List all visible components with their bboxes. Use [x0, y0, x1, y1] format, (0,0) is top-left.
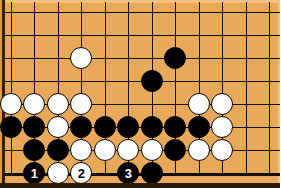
intersection-2-3[interactable]	[46, 69, 70, 92]
intersection-9-1[interactable]	[211, 23, 235, 46]
intersection-2-4[interactable]	[46, 92, 70, 115]
intersection-9-0[interactable]	[211, 0, 235, 23]
white-stone	[47, 162, 69, 184]
intersection-11-3[interactable]	[258, 69, 281, 92]
white-stone	[141, 139, 163, 161]
intersection-11-7[interactable]	[258, 162, 281, 185]
white-stone	[211, 116, 233, 138]
intersection-8-4[interactable]	[187, 92, 211, 115]
intersection-2-1[interactable]	[46, 23, 70, 46]
black-stone	[23, 139, 45, 161]
black-stone	[117, 116, 139, 138]
intersection-2-6[interactable]	[46, 139, 70, 162]
black-stone	[164, 47, 186, 69]
white-stone	[117, 139, 139, 161]
intersection-5-3[interactable]	[117, 69, 141, 92]
intersection-8-5[interactable]	[187, 115, 211, 138]
intersection-6-0[interactable]	[140, 0, 164, 23]
black-stone	[141, 70, 163, 92]
intersection-10-5[interactable]	[234, 115, 258, 138]
black-stone	[164, 116, 186, 138]
intersection-7-6[interactable]	[164, 139, 188, 162]
intersection-5-2[interactable]	[117, 46, 141, 69]
intersection-6-7[interactable]	[140, 162, 164, 185]
intersection-9-7[interactable]	[211, 162, 235, 185]
intersection-4-1[interactable]	[93, 23, 117, 46]
intersection-11-5[interactable]	[258, 115, 281, 138]
white-stone	[211, 139, 233, 161]
black-stone	[47, 139, 69, 161]
intersection-4-5[interactable]	[93, 115, 117, 138]
intersection-9-5[interactable]	[211, 115, 235, 138]
intersection-6-1[interactable]	[140, 23, 164, 46]
intersection-0-1[interactable]	[0, 23, 23, 46]
intersection-0-2[interactable]	[0, 46, 23, 69]
intersection-9-6[interactable]	[211, 139, 235, 162]
intersection-1-7[interactable]: 1	[23, 162, 47, 185]
intersection-0-0[interactable]	[0, 0, 23, 23]
intersection-3-6[interactable]	[70, 139, 94, 162]
intersection-11-1[interactable]	[258, 23, 281, 46]
intersection-4-6[interactable]	[93, 139, 117, 162]
intersection-5-6[interactable]	[117, 139, 141, 162]
intersection-5-4[interactable]	[117, 92, 141, 115]
intersection-6-5[interactable]	[140, 115, 164, 138]
black-stone	[188, 116, 210, 138]
intersection-10-6[interactable]	[234, 139, 258, 162]
move-number-label: 1	[31, 167, 38, 180]
white-stone	[70, 93, 92, 115]
intersection-2-5[interactable]	[46, 115, 70, 138]
intersection-6-4[interactable]	[140, 92, 164, 115]
intersection-3-2[interactable]	[70, 46, 94, 69]
intersection-5-1[interactable]	[117, 23, 141, 46]
intersection-1-5[interactable]	[23, 115, 47, 138]
intersection-9-2[interactable]	[211, 46, 235, 69]
black-stone	[141, 116, 163, 138]
intersection-5-5[interactable]	[117, 115, 141, 138]
intersection-7-1[interactable]	[164, 23, 188, 46]
intersection-0-6[interactable]	[0, 139, 23, 162]
white-stone	[70, 47, 92, 69]
board-grid: 123	[0, 0, 280, 185]
intersection-7-3[interactable]	[164, 69, 188, 92]
intersection-2-2[interactable]	[46, 46, 70, 69]
intersection-8-6[interactable]	[187, 139, 211, 162]
intersection-8-7[interactable]	[187, 162, 211, 185]
intersection-10-2[interactable]	[234, 46, 258, 69]
intersection-5-0[interactable]	[117, 0, 141, 23]
black-stone: 3	[117, 162, 139, 184]
intersection-2-0[interactable]	[46, 0, 70, 23]
intersection-8-1[interactable]	[187, 23, 211, 46]
black-stone	[94, 116, 116, 138]
intersection-11-4[interactable]	[258, 92, 281, 115]
intersection-0-5[interactable]	[0, 115, 23, 138]
intersection-7-2[interactable]	[164, 46, 188, 69]
intersection-6-6[interactable]	[140, 139, 164, 162]
intersection-3-0[interactable]	[70, 0, 94, 23]
intersection-7-7[interactable]	[164, 162, 188, 185]
intersection-0-3[interactable]	[0, 69, 23, 92]
intersection-1-3[interactable]	[23, 69, 47, 92]
intersection-6-2[interactable]	[140, 46, 164, 69]
black-stone	[0, 116, 22, 138]
intersection-7-4[interactable]	[164, 92, 188, 115]
intersection-4-3[interactable]	[93, 69, 117, 92]
intersection-8-2[interactable]	[187, 46, 211, 69]
intersection-1-2[interactable]	[23, 46, 47, 69]
white-stone	[47, 93, 69, 115]
intersection-8-3[interactable]	[187, 69, 211, 92]
white-stone	[0, 93, 22, 115]
intersection-8-0[interactable]	[187, 0, 211, 23]
intersection-7-0[interactable]	[164, 0, 188, 23]
intersection-10-1[interactable]	[234, 23, 258, 46]
black-stone	[70, 116, 92, 138]
intersection-3-5[interactable]	[70, 115, 94, 138]
intersection-3-7[interactable]: 2	[70, 162, 94, 185]
intersection-9-3[interactable]	[211, 69, 235, 92]
black-stone	[23, 116, 45, 138]
white-stone	[188, 139, 210, 161]
intersection-0-7[interactable]	[0, 162, 23, 185]
intersection-9-4[interactable]	[211, 92, 235, 115]
white-stone	[188, 93, 210, 115]
white-stone	[70, 139, 92, 161]
go-board: 123	[0, 0, 280, 188]
intersection-5-7[interactable]: 3	[117, 162, 141, 185]
white-stone	[94, 139, 116, 161]
intersection-2-7[interactable]	[46, 162, 70, 185]
intersection-10-4[interactable]	[234, 92, 258, 115]
white-stone	[23, 93, 45, 115]
intersection-3-3[interactable]	[70, 69, 94, 92]
intersection-10-3[interactable]	[234, 69, 258, 92]
intersection-1-6[interactable]	[23, 139, 47, 162]
intersection-7-5[interactable]	[164, 115, 188, 138]
white-stone: 2	[70, 162, 92, 184]
black-stone	[141, 162, 163, 184]
move-number-label: 2	[78, 167, 85, 180]
intersection-11-6[interactable]	[258, 139, 281, 162]
intersection-3-4[interactable]	[70, 92, 94, 115]
black-stone: 1	[23, 162, 45, 184]
intersection-6-3[interactable]	[140, 69, 164, 92]
white-stone	[211, 93, 233, 115]
move-number-label: 3	[125, 167, 132, 180]
intersection-1-4[interactable]	[23, 92, 47, 115]
intersection-1-1[interactable]	[23, 23, 47, 46]
intersection-10-7[interactable]	[234, 162, 258, 185]
intersection-0-4[interactable]	[0, 92, 23, 115]
white-stone	[47, 116, 69, 138]
intersection-4-7[interactable]	[93, 162, 117, 185]
intersection-1-0[interactable]	[23, 0, 47, 23]
intersection-11-2[interactable]	[258, 46, 281, 69]
intersection-4-4[interactable]	[93, 92, 117, 115]
black-stone	[164, 139, 186, 161]
intersection-10-0[interactable]	[234, 0, 258, 23]
intersection-3-1[interactable]	[70, 23, 94, 46]
intersection-4-0[interactable]	[93, 0, 117, 23]
intersection-11-0[interactable]	[258, 0, 281, 23]
intersection-4-2[interactable]	[93, 46, 117, 69]
board-edge-bottom	[0, 183, 280, 188]
